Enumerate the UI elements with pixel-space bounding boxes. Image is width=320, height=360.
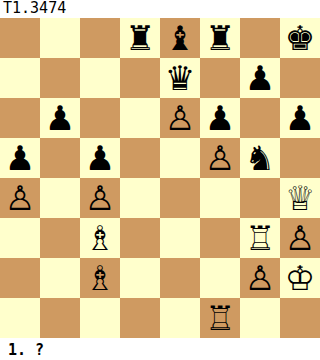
square-h6[interactable]: ♟ [280, 98, 320, 138]
square-f5[interactable]: ♙ [200, 138, 240, 178]
square-b1[interactable] [40, 298, 80, 338]
puzzle-title: T1.3474 [0, 0, 320, 18]
square-a7[interactable] [0, 58, 40, 98]
black-knight-piece: ♞ [240, 138, 280, 178]
black-pawn-piece: ♟ [0, 138, 40, 178]
square-c8[interactable] [80, 18, 120, 58]
square-c1[interactable] [80, 298, 120, 338]
square-h5[interactable] [280, 138, 320, 178]
square-g5[interactable]: ♞ [240, 138, 280, 178]
square-a2[interactable] [0, 258, 40, 298]
square-f2[interactable] [200, 258, 240, 298]
white-rook-piece: ♖ [240, 218, 280, 258]
white-pawn-piece: ♙ [200, 138, 240, 178]
square-d3[interactable] [120, 218, 160, 258]
square-e6[interactable]: ♙ [160, 98, 200, 138]
square-a6[interactable] [0, 98, 40, 138]
black-rook-piece: ♜ [200, 18, 240, 58]
square-d2[interactable] [120, 258, 160, 298]
white-pawn-piece: ♙ [280, 218, 320, 258]
white-pawn-piece: ♙ [0, 178, 40, 218]
square-a1[interactable] [0, 298, 40, 338]
square-d1[interactable] [120, 298, 160, 338]
square-g1[interactable] [240, 298, 280, 338]
black-king-piece: ♚ [280, 18, 320, 58]
black-pawn-piece: ♟ [40, 98, 80, 138]
square-g2[interactable]: ♙ [240, 258, 280, 298]
square-b4[interactable] [40, 178, 80, 218]
square-h2[interactable]: ♔ [280, 258, 320, 298]
square-g6[interactable] [240, 98, 280, 138]
square-f6[interactable]: ♟ [200, 98, 240, 138]
white-king-piece: ♔ [280, 258, 320, 298]
square-c3[interactable]: ♗ [80, 218, 120, 258]
white-bishop-piece: ♗ [80, 218, 120, 258]
square-e1[interactable] [160, 298, 200, 338]
square-f1[interactable]: ♖ [200, 298, 240, 338]
black-queen-piece: ♛ [160, 58, 200, 98]
black-pawn-piece: ♟ [240, 58, 280, 98]
black-pawn-piece: ♟ [280, 98, 320, 138]
square-g4[interactable] [240, 178, 280, 218]
white-pawn-piece: ♙ [240, 258, 280, 298]
square-a4[interactable]: ♙ [0, 178, 40, 218]
square-c2[interactable]: ♗ [80, 258, 120, 298]
chess-board: ♜♝♜♚♛♟♟♙♟♟♟♟♙♞♙♙♕♗♖♙♗♙♔♖ [0, 18, 320, 338]
square-f7[interactable] [200, 58, 240, 98]
square-c7[interactable] [80, 58, 120, 98]
square-h8[interactable]: ♚ [280, 18, 320, 58]
square-c6[interactable] [80, 98, 120, 138]
black-bishop-piece: ♝ [160, 18, 200, 58]
square-f3[interactable] [200, 218, 240, 258]
square-e8[interactable]: ♝ [160, 18, 200, 58]
black-pawn-piece: ♟ [200, 98, 240, 138]
square-g3[interactable]: ♖ [240, 218, 280, 258]
square-g8[interactable] [240, 18, 280, 58]
square-a3[interactable] [0, 218, 40, 258]
white-rook-piece: ♖ [200, 298, 240, 338]
black-rook-piece: ♜ [120, 18, 160, 58]
white-queen-piece: ♕ [280, 178, 320, 218]
square-h7[interactable] [280, 58, 320, 98]
square-b5[interactable] [40, 138, 80, 178]
square-e3[interactable] [160, 218, 200, 258]
square-d8[interactable]: ♜ [120, 18, 160, 58]
square-e4[interactable] [160, 178, 200, 218]
white-bishop-piece: ♗ [80, 258, 120, 298]
square-e2[interactable] [160, 258, 200, 298]
black-pawn-piece: ♟ [80, 138, 120, 178]
square-h3[interactable]: ♙ [280, 218, 320, 258]
square-a8[interactable] [0, 18, 40, 58]
move-prompt: 1. ? [0, 338, 320, 360]
square-d4[interactable] [120, 178, 160, 218]
square-f8[interactable]: ♜ [200, 18, 240, 58]
square-b7[interactable] [40, 58, 80, 98]
white-pawn-piece: ♙ [80, 178, 120, 218]
square-e5[interactable] [160, 138, 200, 178]
square-e7[interactable]: ♛ [160, 58, 200, 98]
square-b8[interactable] [40, 18, 80, 58]
square-c4[interactable]: ♙ [80, 178, 120, 218]
square-b3[interactable] [40, 218, 80, 258]
square-c5[interactable]: ♟ [80, 138, 120, 178]
square-a5[interactable]: ♟ [0, 138, 40, 178]
square-g7[interactable]: ♟ [240, 58, 280, 98]
square-d7[interactable] [120, 58, 160, 98]
square-h4[interactable]: ♕ [280, 178, 320, 218]
square-f4[interactable] [200, 178, 240, 218]
square-d6[interactable] [120, 98, 160, 138]
square-d5[interactable] [120, 138, 160, 178]
square-h1[interactable] [280, 298, 320, 338]
square-b2[interactable] [40, 258, 80, 298]
white-pawn-piece: ♙ [160, 98, 200, 138]
square-b6[interactable]: ♟ [40, 98, 80, 138]
